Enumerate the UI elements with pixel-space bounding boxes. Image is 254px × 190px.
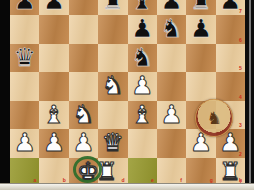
piece-black-pawn-b7[interactable]: ♟ <box>39 0 68 15</box>
chess-program-logo: ♞ <box>195 99 233 137</box>
piece-black-pawn-g6[interactable]: ♟ <box>186 15 215 44</box>
rank-label-3: 3 <box>239 123 242 128</box>
rank-label-6: 6 <box>239 38 242 43</box>
piece-white-pawn-c2[interactable]: ♟ <box>69 129 98 158</box>
piece-white-bishop-b3[interactable]: ♝ <box>39 101 68 130</box>
piece-white-bishop-e3[interactable]: ♝ <box>128 101 157 130</box>
chess-app-screen: ♟♟♜♝♟♜♟♟♞♟♛♞♞♟♝♞♝♟♟♟♟♛♟♟♚♜♜ ♞ 7654321abc… <box>0 0 254 190</box>
piece-black-knight-e5[interactable]: ♞ <box>128 44 157 73</box>
piece-black-queen-a5[interactable]: ♛ <box>10 44 39 73</box>
logo-knight-icon: ♞ <box>206 110 221 127</box>
left-black-band <box>0 0 10 190</box>
piece-black-bishop-e7[interactable]: ♝ <box>128 0 157 15</box>
piece-white-pawn-b2[interactable]: ♟ <box>39 129 68 158</box>
scrollbar-sliver[interactable] <box>249 0 251 185</box>
rank-label-5: 5 <box>239 66 242 71</box>
piece-black-pawn-a7[interactable]: ♟ <box>10 0 39 15</box>
rank-label-7: 7 <box>239 9 242 14</box>
piece-white-pawn-f3[interactable]: ♟ <box>157 101 186 130</box>
piece-white-queen-d2[interactable]: ♛ <box>98 129 127 158</box>
piece-black-knight-f6[interactable]: ♞ <box>157 15 186 44</box>
piece-black-rook-g7[interactable]: ♜ <box>186 0 215 15</box>
pieces-layer: ♟♟♜♝♟♜♟♟♞♟♛♞♞♟♝♞♝♟♟♟♟♛♟♟♚♜♜ <box>10 0 245 186</box>
piece-white-knight-d4[interactable]: ♞ <box>98 72 127 101</box>
piece-white-pawn-e4[interactable]: ♟ <box>128 72 157 101</box>
piece-white-pawn-a2[interactable]: ♟ <box>10 129 39 158</box>
rank-label-4: 4 <box>239 95 242 100</box>
castling-move-ring <box>73 156 102 183</box>
rank-label-2: 2 <box>239 152 242 157</box>
piece-black-pawn-f7[interactable]: ♟ <box>157 0 186 15</box>
piece-white-knight-c3[interactable]: ♞ <box>69 101 98 130</box>
piece-black-pawn-e6[interactable]: ♟ <box>128 15 157 44</box>
windows-taskbar: GM Mammedyarovski Fan2707 2:09:06 <box>0 183 254 190</box>
piece-black-rook-d7[interactable]: ♜ <box>98 0 127 15</box>
